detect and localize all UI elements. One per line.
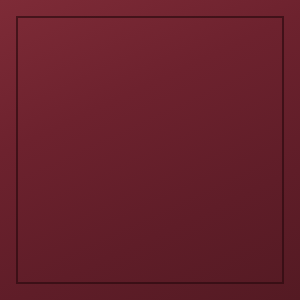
chess-board bbox=[18, 18, 282, 282]
chess-diagram-frame bbox=[0, 0, 300, 300]
